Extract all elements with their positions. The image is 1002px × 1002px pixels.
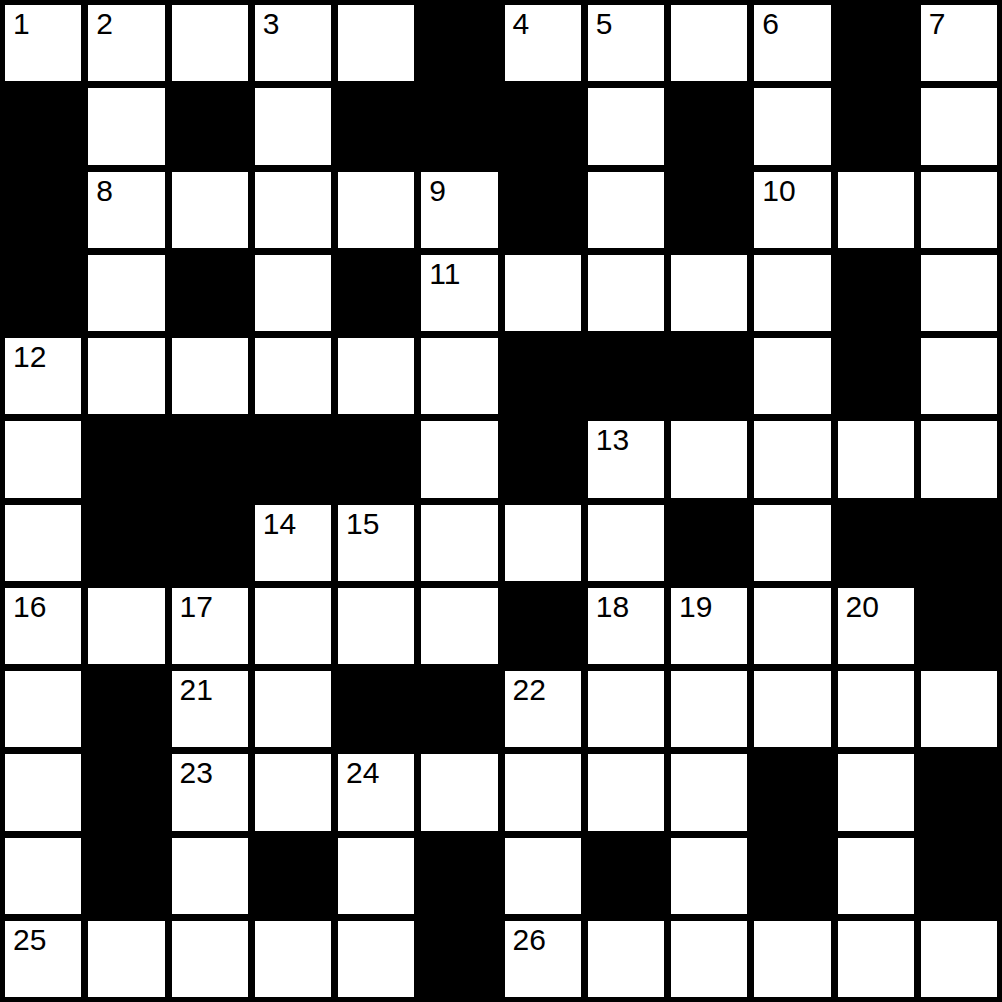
white-cell[interactable]: 15: [337, 504, 415, 582]
white-cell[interactable]: 1: [4, 4, 82, 82]
white-cell[interactable]: [4, 837, 82, 915]
clue-number: 8: [96, 175, 113, 207]
white-cell[interactable]: [587, 87, 665, 165]
clue-number: 5: [596, 8, 613, 40]
white-cell[interactable]: 9: [420, 171, 498, 249]
white-cell[interactable]: [670, 837, 748, 915]
white-cell[interactable]: [753, 420, 831, 498]
clue-number: 20: [846, 591, 879, 623]
white-cell[interactable]: [254, 753, 332, 831]
white-cell[interactable]: [254, 920, 332, 998]
white-cell[interactable]: [837, 920, 915, 998]
white-cell[interactable]: 8: [87, 171, 165, 249]
white-cell[interactable]: [4, 420, 82, 498]
black-cell: [920, 837, 998, 915]
white-cell[interactable]: [4, 504, 82, 582]
white-cell[interactable]: [254, 670, 332, 748]
white-cell[interactable]: [504, 254, 582, 332]
crossword-grid: 1234567891011121314151617181920212223242…: [0, 0, 1002, 1002]
clue-number: 19: [679, 591, 712, 623]
black-cell: [420, 4, 498, 82]
white-cell[interactable]: [420, 753, 498, 831]
white-cell[interactable]: [254, 87, 332, 165]
clue-number: 6: [762, 8, 779, 40]
white-cell[interactable]: [753, 670, 831, 748]
white-cell[interactable]: [587, 254, 665, 332]
clue-number: 21: [180, 674, 213, 706]
black-cell: [171, 504, 249, 582]
white-cell[interactable]: [504, 504, 582, 582]
clue-number: 24: [346, 757, 379, 789]
black-cell: [4, 87, 82, 165]
white-cell[interactable]: [920, 254, 998, 332]
black-cell: [504, 420, 582, 498]
white-cell[interactable]: 11: [420, 254, 498, 332]
black-cell: [337, 670, 415, 748]
clue-number: 17: [180, 591, 213, 623]
white-cell[interactable]: 20: [837, 587, 915, 665]
white-cell[interactable]: [753, 587, 831, 665]
clue-number: 12: [13, 341, 46, 373]
clue-number: 9: [429, 175, 446, 207]
black-cell: [171, 87, 249, 165]
black-cell: [837, 337, 915, 415]
black-cell: [920, 504, 998, 582]
white-cell[interactable]: 13: [587, 420, 665, 498]
white-cell[interactable]: [587, 171, 665, 249]
white-cell[interactable]: [171, 4, 249, 82]
black-cell: [87, 420, 165, 498]
black-cell: [670, 337, 748, 415]
white-cell[interactable]: 12: [4, 337, 82, 415]
clue-number: 15: [346, 508, 379, 540]
white-cell[interactable]: [920, 670, 998, 748]
black-cell: [337, 87, 415, 165]
white-cell[interactable]: [254, 254, 332, 332]
white-cell[interactable]: [420, 587, 498, 665]
white-cell[interactable]: [337, 837, 415, 915]
black-cell: [670, 87, 748, 165]
white-cell[interactable]: 4: [504, 4, 582, 82]
black-cell: [420, 670, 498, 748]
white-cell[interactable]: [670, 920, 748, 998]
white-cell[interactable]: [587, 670, 665, 748]
black-cell: [420, 87, 498, 165]
black-cell: [254, 420, 332, 498]
black-cell: [504, 587, 582, 665]
clue-number: 2: [96, 8, 113, 40]
white-cell[interactable]: 26: [504, 920, 582, 998]
black-cell: [837, 504, 915, 582]
clue-number: 25: [13, 924, 46, 956]
white-cell[interactable]: [87, 587, 165, 665]
white-cell[interactable]: [837, 753, 915, 831]
white-cell[interactable]: [4, 753, 82, 831]
black-cell: [670, 504, 748, 582]
white-cell[interactable]: [337, 4, 415, 82]
white-cell[interactable]: 23: [171, 753, 249, 831]
black-cell: [87, 504, 165, 582]
black-cell: [587, 337, 665, 415]
black-cell: [420, 920, 498, 998]
black-cell: [837, 254, 915, 332]
white-cell[interactable]: 14: [254, 504, 332, 582]
white-cell[interactable]: [420, 420, 498, 498]
white-cell[interactable]: [337, 337, 415, 415]
black-cell: [504, 87, 582, 165]
white-cell[interactable]: [920, 337, 998, 415]
white-cell[interactable]: [670, 254, 748, 332]
white-cell[interactable]: [587, 753, 665, 831]
white-cell[interactable]: [504, 753, 582, 831]
white-cell[interactable]: [420, 337, 498, 415]
black-cell: [670, 171, 748, 249]
white-cell[interactable]: [87, 87, 165, 165]
white-cell[interactable]: 7: [920, 4, 998, 82]
white-cell[interactable]: [753, 87, 831, 165]
white-cell[interactable]: [837, 420, 915, 498]
clue-number: 7: [929, 8, 946, 40]
white-cell[interactable]: 25: [4, 920, 82, 998]
white-cell[interactable]: [171, 171, 249, 249]
white-cell[interactable]: [753, 254, 831, 332]
white-cell[interactable]: [87, 254, 165, 332]
white-cell[interactable]: 5: [587, 4, 665, 82]
white-cell[interactable]: [87, 337, 165, 415]
white-cell[interactable]: [670, 753, 748, 831]
clue-number: 13: [596, 424, 629, 456]
white-cell[interactable]: [4, 670, 82, 748]
white-cell[interactable]: [920, 420, 998, 498]
clue-number: 11: [429, 258, 460, 290]
white-cell[interactable]: [504, 837, 582, 915]
black-cell: [504, 171, 582, 249]
black-cell: [4, 254, 82, 332]
white-cell[interactable]: [254, 337, 332, 415]
black-cell: [171, 420, 249, 498]
white-cell[interactable]: [837, 171, 915, 249]
black-cell: [4, 171, 82, 249]
white-cell[interactable]: [587, 920, 665, 998]
black-cell: [171, 254, 249, 332]
white-cell[interactable]: [920, 920, 998, 998]
clue-number: 16: [13, 591, 46, 623]
white-cell[interactable]: [753, 337, 831, 415]
black-cell: [753, 837, 831, 915]
black-cell: [87, 753, 165, 831]
black-cell: [420, 837, 498, 915]
white-cell[interactable]: 22: [504, 670, 582, 748]
white-cell[interactable]: 18: [587, 587, 665, 665]
white-cell[interactable]: [670, 420, 748, 498]
white-cell[interactable]: 6: [753, 4, 831, 82]
black-cell: [87, 670, 165, 748]
white-cell[interactable]: [254, 171, 332, 249]
white-cell[interactable]: [920, 171, 998, 249]
clue-number: 10: [762, 175, 795, 207]
white-cell[interactable]: [254, 587, 332, 665]
white-cell[interactable]: [337, 920, 415, 998]
white-cell[interactable]: 17: [171, 587, 249, 665]
clue-number: 18: [596, 591, 629, 623]
white-cell[interactable]: [420, 504, 498, 582]
white-cell[interactable]: [587, 504, 665, 582]
black-cell: [920, 753, 998, 831]
black-cell: [587, 837, 665, 915]
white-cell[interactable]: 2: [87, 4, 165, 82]
white-cell[interactable]: [171, 337, 249, 415]
black-cell: [837, 4, 915, 82]
clue-number: 3: [263, 8, 280, 40]
black-cell: [87, 837, 165, 915]
black-cell: [337, 420, 415, 498]
white-cell[interactable]: [337, 587, 415, 665]
white-cell[interactable]: [753, 504, 831, 582]
white-cell[interactable]: [670, 4, 748, 82]
white-cell[interactable]: 3: [254, 4, 332, 82]
clue-number: 4: [513, 8, 530, 40]
white-cell[interactable]: [837, 837, 915, 915]
white-cell[interactable]: 16: [4, 587, 82, 665]
white-cell[interactable]: [837, 670, 915, 748]
black-cell: [337, 254, 415, 332]
white-cell[interactable]: [171, 920, 249, 998]
clue-number: 22: [513, 674, 546, 706]
white-cell[interactable]: [753, 920, 831, 998]
white-cell[interactable]: [920, 87, 998, 165]
clue-number: 14: [263, 508, 296, 540]
black-cell: [837, 87, 915, 165]
black-cell: [254, 837, 332, 915]
white-cell[interactable]: [171, 837, 249, 915]
black-cell: [920, 587, 998, 665]
white-cell[interactable]: 10: [753, 171, 831, 249]
white-cell[interactable]: 19: [670, 587, 748, 665]
white-cell[interactable]: [337, 171, 415, 249]
black-cell: [504, 337, 582, 415]
white-cell[interactable]: 21: [171, 670, 249, 748]
white-cell[interactable]: [670, 670, 748, 748]
white-cell[interactable]: 24: [337, 753, 415, 831]
clue-number: 26: [513, 924, 546, 956]
black-cell: [753, 753, 831, 831]
clue-number: 1: [13, 8, 30, 40]
clue-number: 23: [180, 757, 213, 789]
white-cell[interactable]: [87, 920, 165, 998]
